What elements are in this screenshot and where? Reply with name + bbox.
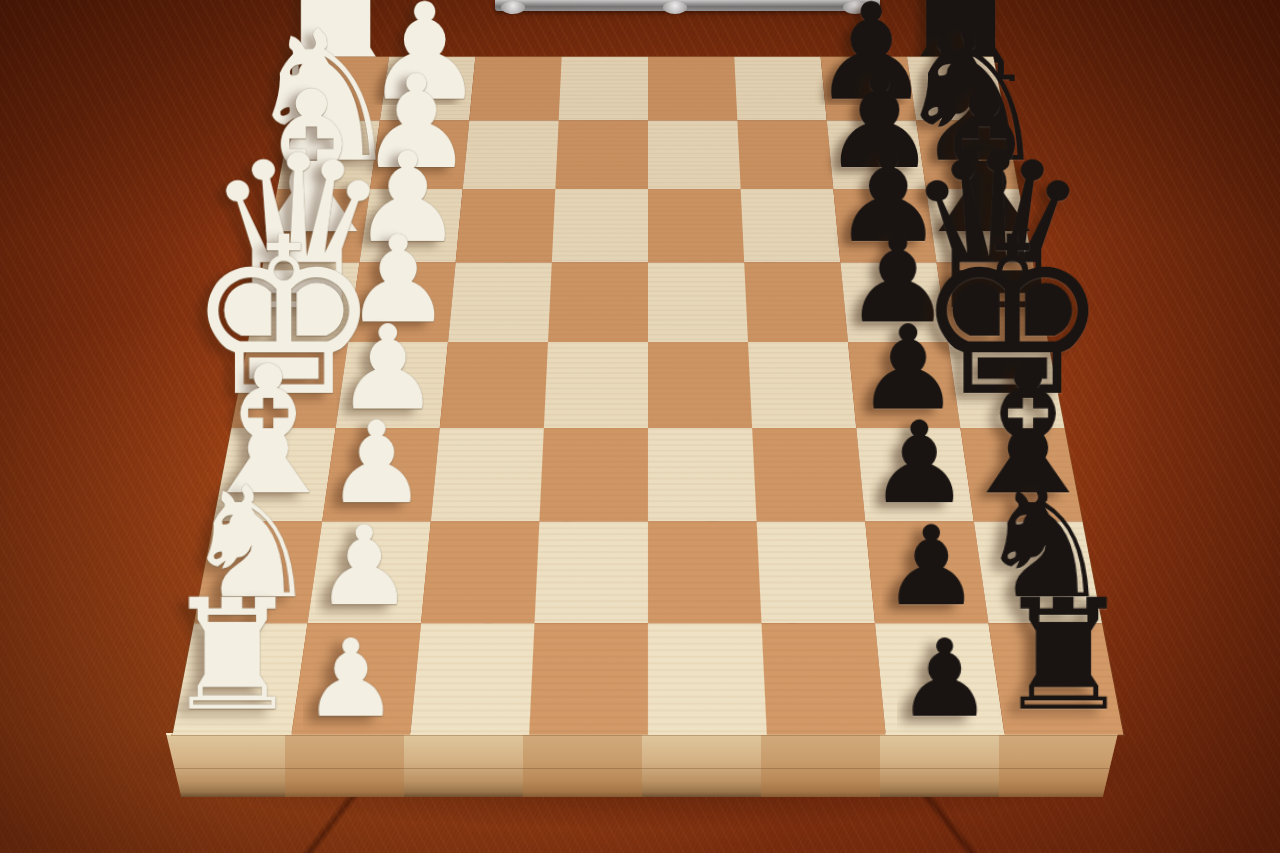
black-pawn[interactable]: ♟ (897, 625, 993, 732)
square-e5[interactable] (648, 342, 752, 428)
black-pawn[interactable]: ♟ (882, 511, 981, 621)
square-c6[interactable] (741, 189, 841, 263)
square-g7[interactable]: ♟ (865, 521, 988, 623)
square-g3[interactable] (421, 521, 539, 623)
square-a4[interactable] (559, 57, 648, 121)
square-h5[interactable] (648, 623, 767, 734)
square-f6[interactable] (752, 428, 865, 521)
square-e4[interactable] (544, 342, 648, 428)
square-d3[interactable] (448, 263, 552, 342)
square-f3[interactable] (431, 428, 544, 521)
black-rook[interactable]: ♜ (995, 579, 1133, 733)
white-pawn[interactable]: ♟ (315, 511, 414, 621)
square-e6[interactable] (748, 342, 856, 428)
square-d6[interactable] (744, 263, 848, 342)
board-perspective-wrap: ♜♟♟♜♞♟♟♞♝♟♟♝♛♟♟♛♚♟♟♚♝♟♟♝♞♟♟♞♜♟♟♜ (248, 0, 1048, 742)
square-h8[interactable]: ♜ (989, 623, 1124, 734)
square-d4[interactable] (548, 263, 648, 342)
square-f4[interactable] (539, 428, 648, 521)
square-h4[interactable] (529, 623, 648, 734)
square-c5[interactable] (648, 189, 744, 263)
square-h1[interactable]: ♜ (173, 623, 308, 734)
board-front-edge (166, 733, 1118, 797)
square-h6[interactable] (762, 623, 886, 734)
square-f5[interactable] (648, 428, 757, 521)
square-h3[interactable] (410, 623, 534, 734)
square-c3[interactable] (456, 189, 556, 263)
square-b4[interactable] (555, 121, 648, 189)
white-rook[interactable]: ♜ (164, 579, 302, 733)
square-g4[interactable] (534, 521, 648, 623)
square-c4[interactable] (552, 189, 648, 263)
chess-board: ♜♟♟♜♞♟♟♞♝♟♟♝♛♟♟♛♚♟♟♚♝♟♟♝♞♟♟♞♜♟♟♜ (173, 57, 1124, 735)
square-b5[interactable] (648, 121, 741, 189)
square-g2[interactable]: ♟ (307, 521, 430, 623)
square-g6[interactable] (757, 521, 875, 623)
square-b6[interactable] (737, 121, 833, 189)
square-b3[interactable] (463, 121, 559, 189)
square-a5[interactable] (648, 57, 737, 121)
square-h2[interactable]: ♟ (291, 623, 421, 734)
scene: ♜♟♟♜♞♟♟♞♝♟♟♝♛♟♟♛♚♟♟♚♝♟♟♝♞♟♟♞♜♟♟♜ (0, 0, 1280, 853)
square-h7[interactable]: ♟ (875, 623, 1005, 734)
square-e3[interactable] (440, 342, 548, 428)
square-d5[interactable] (648, 263, 748, 342)
white-pawn[interactable]: ♟ (303, 625, 399, 732)
square-g5[interactable] (648, 521, 762, 623)
